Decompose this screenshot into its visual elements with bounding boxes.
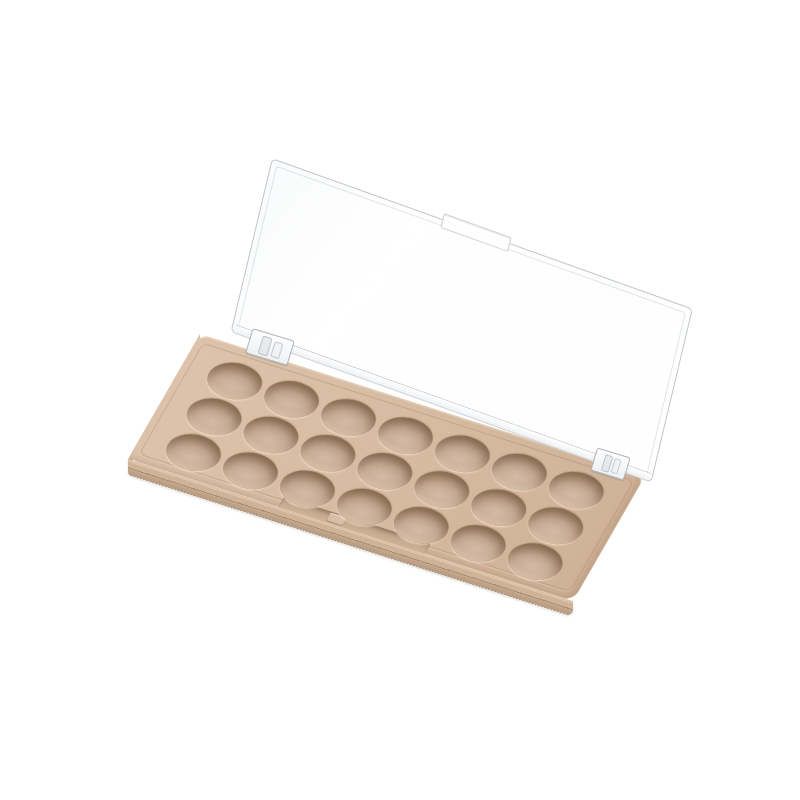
product-photo-scene <box>0 0 800 800</box>
lid-latch-tab <box>440 213 511 252</box>
